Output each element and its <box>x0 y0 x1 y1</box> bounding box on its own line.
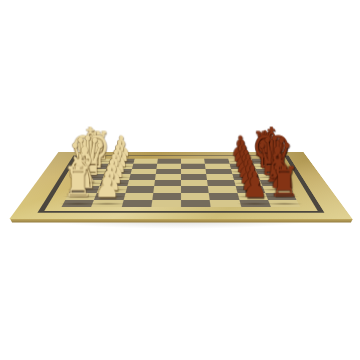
cell-b5 <box>181 193 210 200</box>
cell-a2: ♟ <box>91 200 123 207</box>
cell-b4 <box>152 193 181 200</box>
cell-b3 <box>123 193 153 200</box>
piece-white-pawn-a2: ♟ <box>95 168 121 203</box>
cell-a5 <box>181 200 211 207</box>
piece-white-rook-a1: ♜ <box>63 162 93 203</box>
cell-a8: ♜ <box>268 200 301 207</box>
piece-black-rook-a8: ♜ <box>269 162 299 203</box>
board-pieces: ♜♟♟♜♞♟♟♞♝♟♟♝♚♟♟♚♛♟♟♛♝♟♟♝♞♟♟♞♜♟♟♜ <box>61 159 300 208</box>
chess-set-product-photo: ♜♟♟♜♞♟♟♞♝♟♟♝♚♟♟♚♛♟♟♛♝♟♟♝♞♟♟♞♜♟♟♜ <box>0 0 360 360</box>
piece-black-pawn-a7: ♟ <box>242 168 268 203</box>
cell-a3 <box>121 200 152 207</box>
cell-a4 <box>151 200 181 207</box>
chess-board: ♜♟♟♜♞♟♟♞♝♟♟♝♚♟♟♚♛♟♟♛♝♟♟♝♞♟♟♞♜♟♟♜ <box>9 152 352 219</box>
board-scene: ♜♟♟♜♞♟♟♞♝♟♟♝♚♟♟♚♛♟♟♛♝♟♟♝♞♟♟♞♜♟♟♜ <box>38 37 324 323</box>
